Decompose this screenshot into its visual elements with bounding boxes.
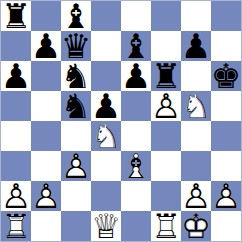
white-king-fill: ♚ bbox=[181, 211, 211, 241]
square-d3[interactable] bbox=[91, 151, 121, 181]
square-h5[interactable] bbox=[211, 91, 241, 121]
black-pawn[interactable]: ♟ bbox=[31, 31, 61, 61]
square-c8[interactable]: ♝ bbox=[61, 1, 91, 31]
white-bishop[interactable]: ♗ bbox=[121, 151, 151, 181]
square-d1[interactable]: ♛♕ bbox=[91, 211, 121, 241]
square-h8[interactable] bbox=[211, 1, 241, 31]
square-g7[interactable]: ♟ bbox=[181, 31, 211, 61]
square-h1[interactable] bbox=[211, 211, 241, 241]
white-bishop-fill: ♝ bbox=[121, 151, 151, 181]
square-a6[interactable]: ♟ bbox=[1, 61, 31, 91]
white-pawn[interactable]: ♙ bbox=[211, 181, 241, 211]
white-king[interactable]: ♔ bbox=[181, 211, 211, 241]
square-f2[interactable] bbox=[151, 181, 181, 211]
square-f6[interactable]: ♜ bbox=[151, 61, 181, 91]
square-a3[interactable] bbox=[1, 151, 31, 181]
white-pawn-fill: ♟ bbox=[31, 181, 61, 211]
square-e3[interactable]: ♝♗ bbox=[121, 151, 151, 181]
square-b2[interactable]: ♟♙ bbox=[31, 181, 61, 211]
square-f1[interactable]: ♜♖ bbox=[151, 211, 181, 241]
square-c3[interactable]: ♟♙ bbox=[61, 151, 91, 181]
square-e4[interactable] bbox=[121, 121, 151, 151]
black-bishop[interactable]: ♝ bbox=[121, 31, 151, 61]
square-d5[interactable]: ♟ bbox=[91, 91, 121, 121]
square-e2[interactable] bbox=[121, 181, 151, 211]
white-rook[interactable]: ♖ bbox=[1, 211, 31, 241]
square-h4[interactable] bbox=[211, 121, 241, 151]
square-h2[interactable]: ♟♙ bbox=[211, 181, 241, 211]
square-b4[interactable] bbox=[31, 121, 61, 151]
square-c5[interactable]: ♞ bbox=[61, 91, 91, 121]
square-h7[interactable] bbox=[211, 31, 241, 61]
square-g4[interactable] bbox=[181, 121, 211, 151]
square-d6[interactable] bbox=[91, 61, 121, 91]
white-queen[interactable]: ♕ bbox=[91, 211, 121, 241]
white-pawn[interactable]: ♙ bbox=[181, 181, 211, 211]
square-b6[interactable] bbox=[31, 61, 61, 91]
white-pawn-fill: ♟ bbox=[181, 181, 211, 211]
white-pawn[interactable]: ♙ bbox=[1, 181, 31, 211]
square-b5[interactable] bbox=[31, 91, 61, 121]
square-h3[interactable] bbox=[211, 151, 241, 181]
square-d4[interactable]: ♞♘ bbox=[91, 121, 121, 151]
chess-board: ♜♝♟♛♝♟♟♞♟♜♚♞♟♟♙♞♘♞♘♟♙♝♗♟♙♟♙♟♙♟♙♜♖♛♕♜♖♚♔ bbox=[0, 0, 242, 242]
black-rook[interactable]: ♜ bbox=[151, 61, 181, 91]
square-e5[interactable] bbox=[121, 91, 151, 121]
square-c4[interactable] bbox=[61, 121, 91, 151]
square-d7[interactable] bbox=[91, 31, 121, 61]
square-e7[interactable]: ♝ bbox=[121, 31, 151, 61]
square-f8[interactable] bbox=[151, 1, 181, 31]
square-c2[interactable] bbox=[61, 181, 91, 211]
square-d2[interactable] bbox=[91, 181, 121, 211]
square-c6[interactable]: ♞ bbox=[61, 61, 91, 91]
white-knight[interactable]: ♘ bbox=[181, 91, 211, 121]
square-e1[interactable] bbox=[121, 211, 151, 241]
white-pawn-fill: ♟ bbox=[211, 181, 241, 211]
white-pawn-fill: ♟ bbox=[61, 151, 91, 181]
square-d8[interactable] bbox=[91, 1, 121, 31]
square-b1[interactable] bbox=[31, 211, 61, 241]
white-knight[interactable]: ♘ bbox=[91, 121, 121, 151]
white-rook-fill: ♜ bbox=[151, 211, 181, 241]
square-f3[interactable] bbox=[151, 151, 181, 181]
white-rook-fill: ♜ bbox=[1, 211, 31, 241]
square-f5[interactable]: ♟♙ bbox=[151, 91, 181, 121]
square-g8[interactable] bbox=[181, 1, 211, 31]
black-pawn[interactable]: ♟ bbox=[181, 31, 211, 61]
black-knight[interactable]: ♞ bbox=[61, 61, 91, 91]
square-a7[interactable] bbox=[1, 31, 31, 61]
white-pawn[interactable]: ♙ bbox=[61, 151, 91, 181]
white-pawn[interactable]: ♙ bbox=[151, 91, 181, 121]
square-b7[interactable]: ♟ bbox=[31, 31, 61, 61]
black-pawn[interactable]: ♟ bbox=[91, 91, 121, 121]
square-f7[interactable] bbox=[151, 31, 181, 61]
square-g5[interactable]: ♞♘ bbox=[181, 91, 211, 121]
square-g6[interactable] bbox=[181, 61, 211, 91]
black-knight[interactable]: ♞ bbox=[61, 91, 91, 121]
square-g1[interactable]: ♚♔ bbox=[181, 211, 211, 241]
white-queen-fill: ♛ bbox=[91, 211, 121, 241]
square-a8[interactable]: ♜ bbox=[1, 1, 31, 31]
square-g2[interactable]: ♟♙ bbox=[181, 181, 211, 211]
square-e8[interactable] bbox=[121, 1, 151, 31]
white-knight-fill: ♞ bbox=[91, 121, 121, 151]
square-b8[interactable] bbox=[31, 1, 61, 31]
black-king[interactable]: ♚ bbox=[211, 61, 241, 91]
black-pawn[interactable]: ♟ bbox=[121, 61, 151, 91]
black-rook[interactable]: ♜ bbox=[1, 1, 31, 31]
square-b3[interactable] bbox=[31, 151, 61, 181]
white-pawn[interactable]: ♙ bbox=[31, 181, 61, 211]
square-g3[interactable] bbox=[181, 151, 211, 181]
square-e6[interactable]: ♟ bbox=[121, 61, 151, 91]
white-knight-fill: ♞ bbox=[181, 91, 211, 121]
black-bishop[interactable]: ♝ bbox=[61, 1, 91, 31]
square-c1[interactable] bbox=[61, 211, 91, 241]
square-h6[interactable]: ♚ bbox=[211, 61, 241, 91]
square-a1[interactable]: ♜♖ bbox=[1, 211, 31, 241]
black-queen[interactable]: ♛ bbox=[61, 31, 91, 61]
white-pawn-fill: ♟ bbox=[1, 181, 31, 211]
square-c7[interactable]: ♛ bbox=[61, 31, 91, 61]
white-rook[interactable]: ♖ bbox=[151, 211, 181, 241]
square-a2[interactable]: ♟♙ bbox=[1, 181, 31, 211]
square-f4[interactable] bbox=[151, 121, 181, 151]
black-pawn[interactable]: ♟ bbox=[1, 61, 31, 91]
square-a5[interactable] bbox=[1, 91, 31, 121]
square-a4[interactable] bbox=[1, 121, 31, 151]
white-pawn-fill: ♟ bbox=[151, 91, 181, 121]
